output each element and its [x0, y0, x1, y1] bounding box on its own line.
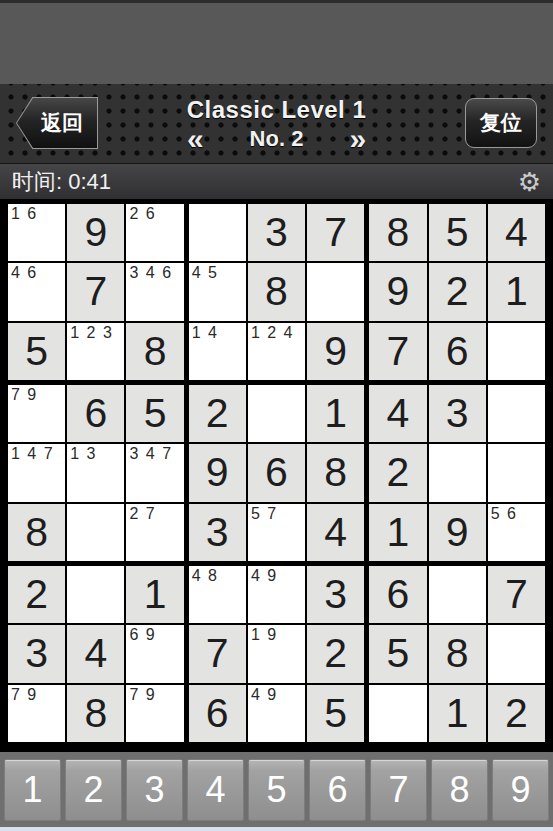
pencil-marks: 4 9 [251, 567, 304, 585]
numpad-button-6[interactable]: 6 [309, 759, 366, 821]
cell-value: 8 [369, 204, 426, 261]
cell-r7c2[interactable] [67, 566, 124, 623]
cell-value: 4 [67, 625, 124, 682]
cell-r6c4[interactable]: 3 [189, 504, 246, 561]
time-bar: 时间: 0:41 ⚙ [0, 164, 553, 200]
cell-r2c3[interactable]: 3 4 6 [126, 263, 183, 320]
cell-r9c3[interactable]: 7 9 [126, 685, 183, 742]
pencil-marks: 7 9 [129, 686, 182, 704]
box-4: 7 9651 4 71 33 4 782 7 [8, 385, 184, 561]
status-bar-area [0, 0, 553, 84]
cell-value: 9 [189, 444, 246, 501]
pencil-marks: 4 5 [192, 264, 245, 282]
cell-r2c5[interactable]: 8 [248, 263, 305, 320]
cell-r6c8[interactable]: 9 [429, 504, 486, 561]
cell-r6c7[interactable]: 1 [369, 504, 426, 561]
pencil-marks: 1 9 [251, 626, 304, 644]
cell-r7c7[interactable]: 6 [369, 566, 426, 623]
cell-r3c9[interactable] [488, 323, 545, 380]
cell-value: 3 [189, 504, 246, 561]
cell-value: 8 [248, 263, 305, 320]
cell-r7c6[interactable]: 3 [307, 566, 364, 623]
box-6: 432195 6 [369, 385, 545, 561]
cell-r1c7[interactable]: 8 [369, 204, 426, 261]
cell-r1c1[interactable]: 1 6 [8, 204, 65, 261]
cell-value: 1 [429, 685, 486, 742]
reset-button-label: 复位 [480, 109, 522, 137]
cell-r4c1[interactable]: 7 9 [8, 385, 65, 442]
header-center: Classic Level 1 « No. 2 » [110, 84, 443, 163]
cell-r5c3[interactable]: 3 4 7 [126, 444, 183, 501]
cell-value: 8 [8, 504, 65, 561]
cell-r4c3[interactable]: 5 [126, 385, 183, 442]
cell-r3c4[interactable]: 1 4 [189, 323, 246, 380]
next-puzzle-icon[interactable]: » [349, 128, 366, 150]
cell-r4c6[interactable]: 1 [307, 385, 364, 442]
cell-value: 6 [189, 685, 246, 742]
cell-r9c8[interactable]: 1 [429, 685, 486, 742]
cell-r5c1[interactable]: 1 4 7 [8, 444, 65, 501]
cell-r7c3[interactable]: 1 [126, 566, 183, 623]
cell-r8c9[interactable] [488, 625, 545, 682]
cell-r8c3[interactable]: 6 9 [126, 625, 183, 682]
pencil-marks: 4 9 [251, 686, 304, 704]
numpad-button-9[interactable]: 9 [492, 759, 549, 821]
cell-r7c8[interactable] [429, 566, 486, 623]
cell-r8c5[interactable]: 1 9 [248, 625, 305, 682]
cell-r3c6[interactable]: 9 [307, 323, 364, 380]
cell-r9c9[interactable]: 2 [488, 685, 545, 742]
cell-r7c4[interactable]: 4 8 [189, 566, 246, 623]
box-1: 1 692 64 673 4 651 2 38 [8, 204, 184, 380]
pencil-marks: 6 9 [129, 626, 182, 644]
timer-label: 时间: 0:41 [12, 167, 111, 197]
pencil-marks: 7 9 [11, 386, 64, 404]
cell-value: 3 [307, 566, 364, 623]
cell-r7c9[interactable]: 7 [488, 566, 545, 623]
cell-r8c4[interactable]: 7 [189, 625, 246, 682]
box-3: 85492176 [369, 204, 545, 380]
cell-value: 5 [8, 323, 65, 380]
bottom-edge-strip [0, 827, 553, 831]
cell-r6c1[interactable]: 8 [8, 504, 65, 561]
cell-r1c3[interactable]: 2 6 [126, 204, 183, 261]
cell-r8c6[interactable]: 2 [307, 625, 364, 682]
cell-r4c5[interactable] [248, 385, 305, 442]
numpad-button-3[interactable]: 3 [126, 759, 183, 821]
back-button-label: 返回 [41, 109, 83, 137]
cell-r6c6[interactable]: 4 [307, 504, 364, 561]
sudoku-app-screen: 返回 Classic Level 1 « No. 2 » 复位 时间: 0:41… [0, 0, 553, 831]
cell-value: 1 [369, 504, 426, 561]
pencil-marks: 1 2 4 [251, 324, 304, 342]
cell-r5c2[interactable]: 1 3 [67, 444, 124, 501]
numpad-button-4[interactable]: 4 [187, 759, 244, 821]
cell-value: 7 [369, 323, 426, 380]
cell-r6c2[interactable] [67, 504, 124, 561]
box-9: 675812 [369, 566, 545, 742]
cell-r2c4[interactable]: 4 5 [189, 263, 246, 320]
cell-r9c4[interactable]: 6 [189, 685, 246, 742]
cell-value: 2 [369, 444, 426, 501]
puzzle-navigator: « No. 2 » [187, 126, 366, 152]
cell-r2c1[interactable]: 4 6 [8, 263, 65, 320]
pencil-marks: 5 7 [251, 505, 304, 523]
cell-value: 5 [307, 685, 364, 742]
cell-value: 3 [248, 204, 305, 261]
pencil-marks: 3 4 7 [129, 445, 182, 463]
cell-r4c9[interactable] [488, 385, 545, 442]
cell-value: 6 [67, 385, 124, 442]
cell-value: 2 [488, 685, 545, 742]
cell-value: 2 [8, 566, 65, 623]
cell-r8c7[interactable]: 5 [369, 625, 426, 682]
cell-r2c2[interactable]: 7 [67, 263, 124, 320]
cell-r5c4[interactable]: 9 [189, 444, 246, 501]
pencil-marks: 1 6 [11, 205, 64, 223]
cell-value: 3 [8, 625, 65, 682]
cell-r6c9[interactable]: 5 6 [488, 504, 545, 561]
cell-r4c4[interactable]: 2 [189, 385, 246, 442]
cell-value: 3 [429, 385, 486, 442]
pencil-marks: 2 7 [129, 505, 182, 523]
cell-value: 8 [126, 323, 183, 380]
cell-r1c9[interactable]: 4 [488, 204, 545, 261]
box-5: 2196835 74 [189, 385, 365, 561]
cell-r3c1[interactable]: 5 [8, 323, 65, 380]
cell-r6c5[interactable]: 5 7 [248, 504, 305, 561]
back-button[interactable]: 返回 [16, 97, 98, 149]
pencil-marks: 4 6 [11, 264, 64, 282]
numpad-button-2[interactable]: 2 [65, 759, 122, 821]
cell-r3c3[interactable]: 8 [126, 323, 183, 380]
cell-value: 7 [67, 263, 124, 320]
cell-r8c1[interactable]: 3 [8, 625, 65, 682]
cell-r5c9[interactable] [488, 444, 545, 501]
cell-r9c1[interactable]: 7 9 [8, 685, 65, 742]
cell-value: 4 [488, 204, 545, 261]
cell-r5c5[interactable]: 6 [248, 444, 305, 501]
box-7: 21346 97 987 9 [8, 566, 184, 742]
cell-r4c2[interactable]: 6 [67, 385, 124, 442]
cell-value: 7 [307, 204, 364, 261]
cell-r5c8[interactable] [429, 444, 486, 501]
number-pad: 123456789 [0, 752, 553, 827]
box-2: 374 581 41 2 49 [189, 204, 365, 380]
cell-value: 2 [429, 263, 486, 320]
cell-r1c8[interactable]: 5 [429, 204, 486, 261]
cell-r9c6[interactable]: 5 [307, 685, 364, 742]
cell-value: 6 [369, 566, 426, 623]
cell-r1c2[interactable]: 9 [67, 204, 124, 261]
cell-value: 4 [369, 385, 426, 442]
cell-r8c8[interactable]: 8 [429, 625, 486, 682]
cell-value: 5 [369, 625, 426, 682]
pencil-marks: 1 2 3 [70, 324, 123, 342]
numpad-button-8[interactable]: 8 [431, 759, 488, 821]
cell-r7c1[interactable]: 2 [8, 566, 65, 623]
cell-r9c7[interactable] [369, 685, 426, 742]
cell-value: 4 [307, 504, 364, 561]
cell-value: 2 [307, 625, 364, 682]
cell-r5c6[interactable]: 8 [307, 444, 364, 501]
cell-r2c7[interactable]: 9 [369, 263, 426, 320]
pencil-marks: 1 3 [70, 445, 123, 463]
cell-value: 7 [189, 625, 246, 682]
pencil-marks: 4 8 [192, 567, 245, 585]
cell-r4c7[interactable]: 4 [369, 385, 426, 442]
cell-r3c2[interactable]: 1 2 3 [67, 323, 124, 380]
cell-r9c2[interactable]: 8 [67, 685, 124, 742]
pencil-marks: 7 9 [11, 686, 64, 704]
cell-r2c6[interactable] [307, 263, 364, 320]
cell-value: 2 [189, 385, 246, 442]
cell-value: 6 [429, 323, 486, 380]
prev-puzzle-icon[interactable]: « [187, 128, 204, 150]
cell-r6c3[interactable]: 2 7 [126, 504, 183, 561]
puzzle-number: No. 2 [250, 126, 304, 152]
cell-r8c2[interactable]: 4 [67, 625, 124, 682]
level-title: Classic Level 1 [187, 96, 367, 124]
cell-value: 1 [126, 566, 183, 623]
cell-r3c5[interactable]: 1 2 4 [248, 323, 305, 380]
numpad-button-1[interactable]: 1 [4, 759, 61, 821]
cell-r5c7[interactable]: 2 [369, 444, 426, 501]
cell-value: 6 [248, 444, 305, 501]
cell-value: 1 [488, 263, 545, 320]
cell-value: 5 [126, 385, 183, 442]
sudoku-board: 1 692 64 673 4 651 2 38374 581 41 2 4985… [0, 200, 553, 746]
cell-r4c8[interactable]: 3 [429, 385, 486, 442]
cell-r3c7[interactable]: 7 [369, 323, 426, 380]
pencil-marks: 2 6 [129, 205, 182, 223]
numpad-button-5[interactable]: 5 [248, 759, 305, 821]
cell-value: 1 [307, 385, 364, 442]
cell-value: 9 [429, 504, 486, 561]
cell-r2c9[interactable]: 1 [488, 263, 545, 320]
pencil-marks: 5 6 [491, 505, 544, 523]
cell-value: 9 [369, 263, 426, 320]
cell-value: 8 [429, 625, 486, 682]
cell-r3c8[interactable]: 6 [429, 323, 486, 380]
reset-button[interactable]: 复位 [465, 98, 537, 148]
cell-r1c6[interactable]: 7 [307, 204, 364, 261]
cell-value: 8 [67, 685, 124, 742]
pencil-marks: 3 4 6 [129, 264, 182, 282]
cell-value: 5 [429, 204, 486, 261]
cell-r1c4[interactable] [189, 204, 246, 261]
cell-value: 7 [488, 566, 545, 623]
title-bar: 返回 Classic Level 1 « No. 2 » 复位 [0, 84, 553, 164]
cell-r2c8[interactable]: 2 [429, 263, 486, 320]
settings-gear-icon[interactable]: ⚙ [518, 169, 541, 195]
pencil-marks: 1 4 [192, 324, 245, 342]
cell-value: 9 [67, 204, 124, 261]
cell-r1c5[interactable]: 3 [248, 204, 305, 261]
cell-value: 8 [307, 444, 364, 501]
numpad-button-7[interactable]: 7 [370, 759, 427, 821]
pencil-marks: 1 4 7 [11, 445, 64, 463]
cell-r7c5[interactable]: 4 9 [248, 566, 305, 623]
cell-value: 9 [307, 323, 364, 380]
cell-r9c5[interactable]: 4 9 [248, 685, 305, 742]
box-8: 4 84 9371 9264 95 [189, 566, 365, 742]
